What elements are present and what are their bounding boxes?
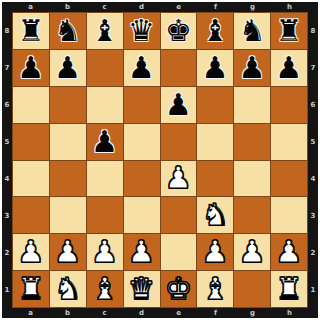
square-e8[interactable]: ♚ (161, 13, 197, 49)
rank-label-1: 1 (2, 271, 12, 308)
chess-app-page: abcdefgh abcdefgh 87654321 87654321 ♜♞♝♛… (0, 0, 320, 320)
piece-black-pawn-e6[interactable]: ♟ (165, 90, 192, 120)
square-d5[interactable] (124, 124, 160, 160)
square-d2[interactable]: ♟ (124, 234, 160, 270)
square-f4[interactable] (197, 161, 233, 197)
square-g4[interactable] (234, 161, 270, 197)
square-b3[interactable] (50, 197, 86, 233)
square-c5[interactable]: ♟ (87, 124, 123, 160)
file-label-g: g (234, 308, 271, 318)
piece-black-pawn-h7[interactable]: ♟ (276, 53, 303, 83)
square-d4[interactable] (124, 161, 160, 197)
piece-white-pawn-b2[interactable]: ♟ (54, 237, 81, 267)
piece-white-pawn-h2[interactable]: ♟ (276, 237, 303, 267)
rank-label-8: 8 (308, 12, 318, 49)
square-d6[interactable] (124, 87, 160, 123)
file-label-c: c (86, 308, 123, 318)
piece-black-pawn-d7[interactable]: ♟ (128, 53, 155, 83)
file-label-f: f (197, 2, 234, 12)
square-a7[interactable]: ♟ (13, 50, 49, 86)
square-a8[interactable]: ♜ (13, 13, 49, 49)
square-a6[interactable] (13, 87, 49, 123)
piece-white-bishop-c1[interactable]: ♝ (91, 274, 118, 304)
square-a2[interactable]: ♟ (13, 234, 49, 270)
square-g2[interactable]: ♟ (234, 234, 270, 270)
square-c3[interactable] (87, 197, 123, 233)
rank-label-3: 3 (2, 197, 12, 234)
square-e2[interactable] (161, 234, 197, 270)
file-label-d: d (123, 2, 160, 12)
file-label-e: e (160, 308, 197, 318)
square-f2[interactable]: ♟ (197, 234, 233, 270)
rank-label-7: 7 (2, 49, 12, 86)
square-h5[interactable] (271, 124, 307, 160)
piece-white-pawn-c2[interactable]: ♟ (91, 237, 118, 267)
rank-label-3: 3 (308, 197, 318, 234)
square-b1[interactable]: ♞ (50, 271, 86, 307)
square-d1[interactable]: ♛ (124, 271, 160, 307)
square-f8[interactable]: ♝ (197, 13, 233, 49)
piece-white-queen-d1[interactable]: ♛ (128, 274, 155, 304)
square-e5[interactable] (161, 124, 197, 160)
rank-label-5: 5 (2, 123, 12, 160)
file-labels-top: abcdefgh (12, 2, 308, 12)
square-e4[interactable]: ♟ (161, 161, 197, 197)
piece-black-knight-b8[interactable]: ♞ (54, 16, 81, 46)
square-c2[interactable]: ♟ (87, 234, 123, 270)
piece-white-rook-h1[interactable]: ♜ (276, 274, 303, 304)
piece-black-rook-a8[interactable]: ♜ (17, 16, 44, 46)
square-g6[interactable] (234, 87, 270, 123)
square-f6[interactable] (197, 87, 233, 123)
file-label-d: d (123, 308, 160, 318)
square-b7[interactable]: ♟ (50, 50, 86, 86)
rank-label-8: 8 (2, 12, 12, 49)
piece-white-pawn-f2[interactable]: ♟ (202, 237, 229, 267)
rank-label-5: 5 (308, 123, 318, 160)
square-a1[interactable]: ♜ (13, 271, 49, 307)
piece-black-pawn-f7[interactable]: ♟ (202, 53, 229, 83)
square-g1[interactable] (234, 271, 270, 307)
square-e7[interactable] (161, 50, 197, 86)
rank-label-2: 2 (308, 234, 318, 271)
piece-black-bishop-f8[interactable]: ♝ (202, 16, 229, 46)
square-g5[interactable] (234, 124, 270, 160)
square-h8[interactable]: ♜ (271, 13, 307, 49)
square-c8[interactable]: ♝ (87, 13, 123, 49)
square-h6[interactable] (271, 87, 307, 123)
square-e6[interactable]: ♟ (161, 87, 197, 123)
piece-white-pawn-e4[interactable]: ♟ (165, 163, 192, 193)
piece-black-bishop-c8[interactable]: ♝ (91, 16, 118, 46)
file-labels-bottom: abcdefgh (12, 308, 308, 318)
square-f1[interactable]: ♝ (197, 271, 233, 307)
square-b5[interactable] (50, 124, 86, 160)
square-e3[interactable] (161, 197, 197, 233)
square-c1[interactable]: ♝ (87, 271, 123, 307)
square-f7[interactable]: ♟ (197, 50, 233, 86)
square-b4[interactable] (50, 161, 86, 197)
square-h3[interactable] (271, 197, 307, 233)
square-b2[interactable]: ♟ (50, 234, 86, 270)
piece-black-knight-g8[interactable]: ♞ (239, 16, 266, 46)
piece-black-pawn-a7[interactable]: ♟ (17, 53, 44, 83)
square-d3[interactable] (124, 197, 160, 233)
square-b6[interactable] (50, 87, 86, 123)
file-label-b: b (49, 2, 86, 12)
rank-label-6: 6 (308, 86, 318, 123)
piece-white-pawn-a2[interactable]: ♟ (17, 237, 44, 267)
piece-black-pawn-b7[interactable]: ♟ (54, 53, 81, 83)
piece-black-pawn-c5[interactable]: ♟ (91, 127, 118, 157)
square-a4[interactable] (13, 161, 49, 197)
rank-labels-right: 87654321 (308, 12, 318, 308)
rank-label-4: 4 (2, 160, 12, 197)
square-h2[interactable]: ♟ (271, 234, 307, 270)
rank-label-1: 1 (308, 271, 318, 308)
file-label-a: a (12, 2, 49, 12)
square-b8[interactable]: ♞ (50, 13, 86, 49)
square-d8[interactable]: ♛ (124, 13, 160, 49)
file-label-a: a (12, 308, 49, 318)
piece-white-king-e1[interactable]: ♚ (165, 274, 192, 304)
file-label-h: h (271, 2, 308, 12)
piece-black-pawn-g7[interactable]: ♟ (239, 53, 266, 83)
file-label-b: b (49, 308, 86, 318)
piece-white-pawn-d2[interactable]: ♟ (128, 237, 155, 267)
chess-board: ♜♞♝♛♚♝♞♜♟♟♟♟♟♟♟♟♟♞♟♟♟♟♟♟♟♜♞♝♛♚♝♜ (12, 12, 308, 308)
piece-white-bishop-f1[interactable]: ♝ (202, 274, 229, 304)
piece-white-pawn-g2[interactable]: ♟ (239, 237, 266, 267)
rank-label-6: 6 (2, 86, 12, 123)
file-label-c: c (86, 2, 123, 12)
square-c4[interactable] (87, 161, 123, 197)
rank-label-7: 7 (308, 49, 318, 86)
square-c7[interactable] (87, 50, 123, 86)
file-label-e: e (160, 2, 197, 12)
square-d7[interactable]: ♟ (124, 50, 160, 86)
square-g8[interactable]: ♞ (234, 13, 270, 49)
square-g7[interactable]: ♟ (234, 50, 270, 86)
file-label-h: h (271, 308, 308, 318)
piece-black-rook-h8[interactable]: ♜ (276, 16, 303, 46)
rank-labels-left: 87654321 (2, 12, 12, 308)
square-h4[interactable] (271, 161, 307, 197)
square-h1[interactable]: ♜ (271, 271, 307, 307)
file-label-f: f (197, 308, 234, 318)
square-h7[interactable]: ♟ (271, 50, 307, 86)
square-f5[interactable] (197, 124, 233, 160)
square-a5[interactable] (13, 124, 49, 160)
square-f3[interactable]: ♞ (197, 197, 233, 233)
piece-white-knight-f3[interactable]: ♞ (202, 200, 229, 230)
rank-label-4: 4 (308, 160, 318, 197)
file-label-g: g (234, 2, 271, 12)
square-c6[interactable] (87, 87, 123, 123)
square-a3[interactable] (13, 197, 49, 233)
piece-black-queen-d8[interactable]: ♛ (128, 16, 155, 46)
rank-label-2: 2 (2, 234, 12, 271)
square-g3[interactable] (234, 197, 270, 233)
piece-white-rook-a1[interactable]: ♜ (17, 274, 44, 304)
piece-white-knight-b1[interactable]: ♞ (54, 274, 81, 304)
piece-black-king-e8[interactable]: ♚ (165, 16, 192, 46)
square-e1[interactable]: ♚ (161, 271, 197, 307)
